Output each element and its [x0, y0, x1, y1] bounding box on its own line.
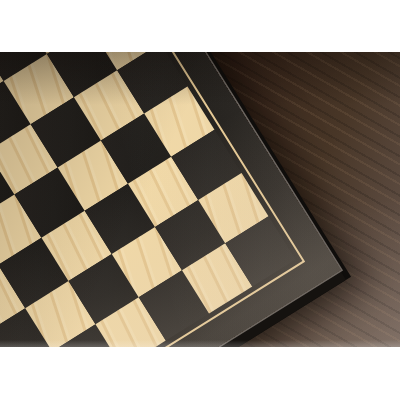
top-white-margin: [0, 0, 400, 52]
photo-area: [0, 52, 400, 347]
product-photo-canvas: [0, 0, 400, 400]
bottom-white-margin: [0, 347, 400, 400]
chess-board: [0, 52, 341, 347]
board-grid: [0, 52, 296, 347]
